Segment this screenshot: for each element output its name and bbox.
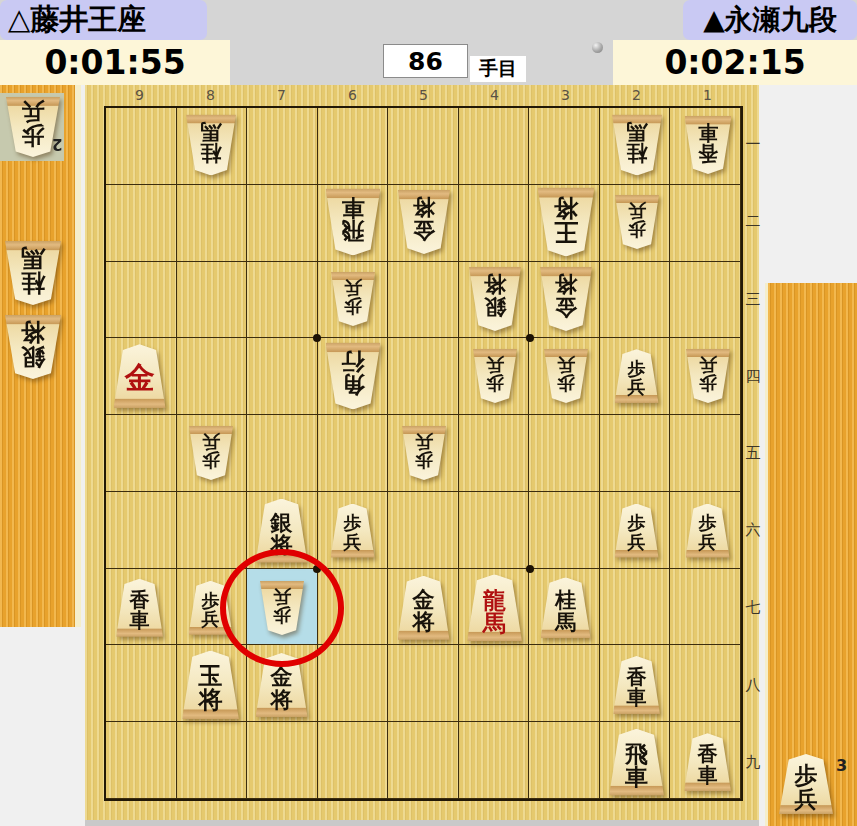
square-6-5 [318, 415, 389, 492]
piece-gote-gold: 金将 [540, 267, 592, 331]
piece-gote-lance: 香車 [684, 116, 731, 174]
sente-captured-tray: 歩兵3 [765, 283, 857, 826]
square-3-6 [529, 492, 600, 569]
star-point [526, 334, 534, 342]
square-4-8 [459, 645, 530, 722]
piece-sente-gold: 金将 [256, 653, 308, 717]
rank-label: 七 [745, 569, 761, 646]
piece-sente-silver: 銀将 [256, 499, 308, 563]
status-orb-icon [592, 42, 603, 53]
square-1-5 [670, 415, 741, 492]
square-2-3 [600, 262, 671, 339]
square-6-1 [318, 108, 389, 185]
piece-sente-pawn: 歩兵 [615, 504, 659, 558]
file-label: 8 [175, 87, 246, 104]
gote-player-plate: △藤井王座 [0, 0, 207, 40]
square-2-7 [600, 569, 671, 646]
piece-sente-pawn: 歩兵 [331, 504, 375, 558]
square-9-2 [106, 185, 177, 262]
piece-gote-gold: 金将 [398, 190, 450, 254]
square-5-3 [388, 262, 459, 339]
square-8-6 [177, 492, 248, 569]
piece-sente-promoted-bishop: 龍馬 [467, 574, 522, 641]
file-label: 3 [530, 87, 601, 104]
square-8-4 [177, 338, 248, 415]
square-9-9 [106, 722, 177, 799]
square-5-4 [388, 338, 459, 415]
square-6-7 [318, 569, 389, 646]
file-label: 5 [388, 87, 459, 104]
piece-sente-pawn: 歩兵 [686, 504, 730, 558]
piece-sente-lance: 香車 [613, 656, 660, 714]
piece-sente-promoted-silver: 金 [114, 344, 166, 408]
piece-sente-pawn: 歩兵 [615, 349, 659, 403]
rank-label: 二 [745, 183, 761, 260]
piece-gote-pawn: 歩兵 [189, 426, 233, 480]
piece-gote-pawn: 歩兵 [686, 349, 730, 403]
piece-gote-king: 王将 [537, 187, 594, 256]
piece-gote-silver: 銀将 [469, 267, 521, 331]
piece-sente-pawn: 歩兵 [779, 754, 833, 814]
star-point [313, 565, 321, 573]
square-4-6 [459, 492, 530, 569]
rank-label: 九 [745, 724, 761, 801]
piece-gote-pawn: 歩兵 [615, 195, 659, 249]
square-7-1 [247, 108, 318, 185]
move-number-input[interactable] [383, 44, 468, 78]
square-3-5 [529, 415, 600, 492]
captured-count: 3 [836, 756, 847, 775]
square-9-6 [106, 492, 177, 569]
rank-label: 三 [745, 260, 761, 337]
rank-label: 六 [745, 492, 761, 569]
piece-sente-king: 玉将 [182, 651, 239, 720]
square-7-9 [247, 722, 318, 799]
square-5-6 [388, 492, 459, 569]
piece-gote-pawn: 歩兵 [402, 426, 446, 480]
piece-gote-knight: 桂馬 [5, 241, 61, 305]
rank-label: 四 [745, 338, 761, 415]
square-5-9 [388, 722, 459, 799]
rank-label: 五 [745, 415, 761, 492]
square-1-7 [670, 569, 741, 646]
square-6-9 [318, 722, 389, 799]
square-9-3 [106, 262, 177, 339]
square-8-3 [177, 262, 248, 339]
piece-sente-knight: 桂馬 [541, 577, 591, 638]
square-7-3 [247, 262, 318, 339]
square-1-3 [670, 262, 741, 339]
square-1-8 [670, 645, 741, 722]
square-8-2 [177, 185, 248, 262]
square-4-9 [459, 722, 530, 799]
sente-clock: 0:02:15 [613, 40, 857, 85]
square-3-1 [529, 108, 600, 185]
square-3-9 [529, 722, 600, 799]
rank-coordinate-labels: 一二三四五六七八九 [745, 106, 761, 801]
star-point [526, 565, 534, 573]
shogi-broadcast-screen: △藤井王座 ▲永瀬九段 0:01:55 0:02:15 手目 987654321… [0, 0, 857, 826]
file-label: 2 [601, 87, 672, 104]
file-label: 1 [672, 87, 743, 104]
square-1-2 [670, 185, 741, 262]
piece-sente-gold: 金将 [398, 576, 450, 640]
square-7-2 [247, 185, 318, 262]
square-7-4 [247, 338, 318, 415]
piece-gote-knight: 桂馬 [186, 114, 236, 175]
square-6-8 [318, 645, 389, 722]
square-5-1 [388, 108, 459, 185]
piece-gote-pawn: 歩兵 [473, 349, 517, 403]
rank-label: 一 [745, 106, 761, 183]
sente-player-name: ▲永瀬九段 [703, 1, 837, 39]
piece-sente-lance: 香車 [684, 733, 731, 791]
square-3-8 [529, 645, 600, 722]
star-point [313, 334, 321, 342]
square-4-2 [459, 185, 530, 262]
piece-sente-rook: 飛車 [609, 729, 664, 796]
piece-sente-lance: 香車 [116, 579, 163, 637]
piece-gote-rook: 飛車 [325, 188, 380, 255]
square-9-8 [106, 645, 177, 722]
piece-gote-silver: 銀将 [5, 315, 61, 379]
captured-count: 2 [52, 135, 62, 153]
file-label: 4 [459, 87, 530, 104]
file-label: 9 [104, 87, 175, 104]
piece-gote-pawn: 歩兵 [544, 349, 588, 403]
square-9-1 [106, 108, 177, 185]
square-2-5 [600, 415, 671, 492]
square-9-5 [106, 415, 177, 492]
file-label: 6 [317, 87, 388, 104]
square-4-5 [459, 415, 530, 492]
rank-label: 八 [745, 647, 761, 724]
piece-gote-knight: 桂馬 [612, 114, 662, 175]
file-label: 7 [246, 87, 317, 104]
piece-gote-pawn: 歩兵 [331, 272, 375, 326]
gote-player-name: △藤井王座 [8, 0, 146, 40]
board-bottom-strip [85, 820, 759, 826]
square-7-5 [247, 415, 318, 492]
gote-clock: 0:01:55 [0, 40, 230, 85]
move-number-label: 手目 [470, 56, 526, 82]
gote-captured-tray: 歩兵2桂馬銀将 [0, 85, 81, 627]
piece-gote-bishop: 角行 [325, 343, 380, 410]
square-8-9 [177, 722, 248, 799]
file-coordinate-labels: 987654321 [104, 87, 743, 104]
piece-sente-pawn: 歩兵 [189, 581, 233, 635]
sente-player-plate: ▲永瀬九段 [683, 0, 857, 40]
piece-gote-pawn: 歩兵 [260, 581, 304, 635]
square-5-8 [388, 645, 459, 722]
square-4-1 [459, 108, 530, 185]
